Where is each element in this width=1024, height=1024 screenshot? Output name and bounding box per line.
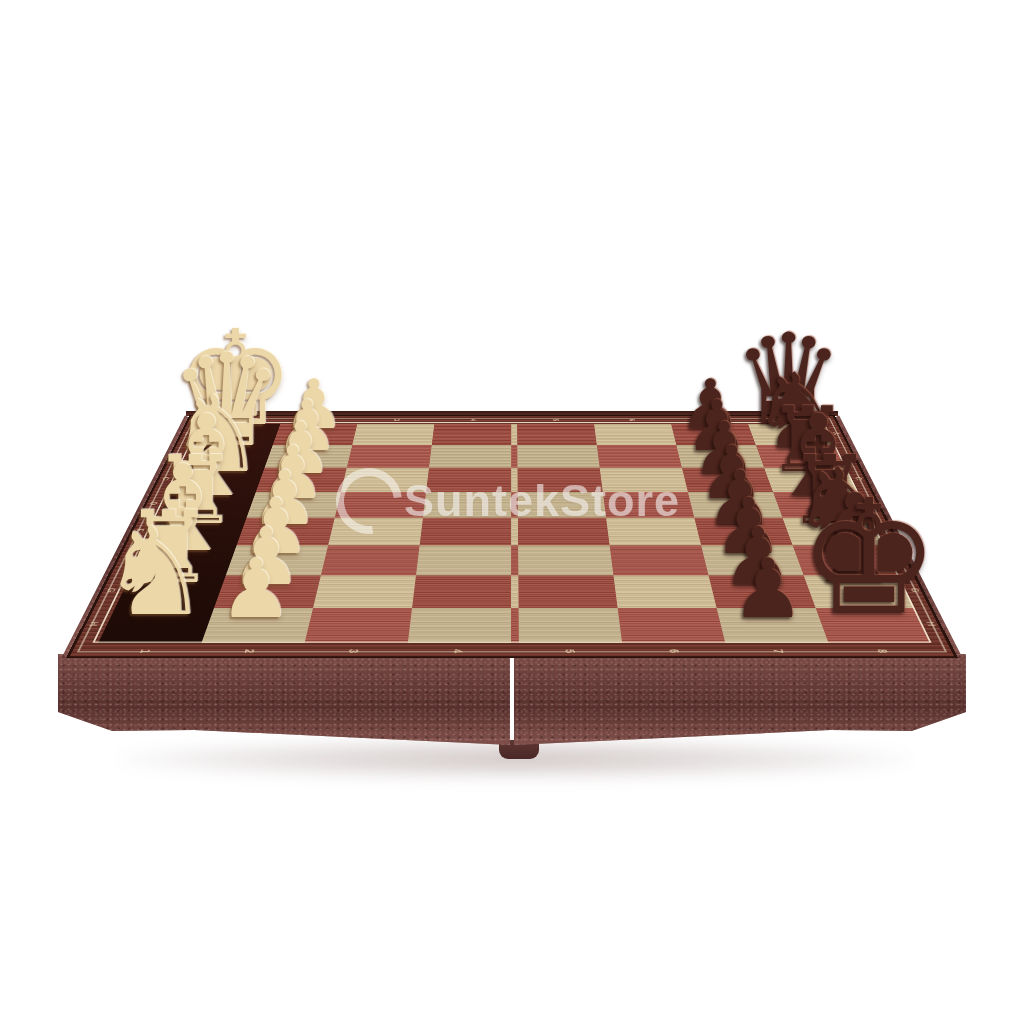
board-case-left — [58, 652, 510, 752]
square-c8 — [764, 468, 858, 492]
file-label-right-D: D — [866, 502, 877, 505]
square-g7 — [709, 575, 816, 607]
rank-label-far-7: 7 — [703, 419, 712, 421]
square-h5 — [519, 608, 623, 643]
square-f8 — [793, 545, 899, 575]
square-f5 — [518, 545, 613, 575]
square-a8 — [748, 424, 835, 445]
square-g8 — [804, 575, 915, 607]
square-a1 — [273, 424, 358, 445]
square-h2 — [305, 608, 412, 643]
hinge-pin — [135, 563, 144, 567]
square-e1 — [237, 518, 335, 546]
square-a2 — [352, 424, 434, 445]
rank-label-near-6: 6 — [667, 649, 681, 653]
watermark: SuntekStore — [336, 468, 680, 534]
watermark-text: SuntekStore — [404, 475, 680, 527]
rank-label-near-2: 2 — [242, 649, 256, 653]
rank-label-far-5: 5 — [551, 419, 559, 421]
square-f7 — [701, 545, 804, 575]
file-label-right-G: G — [908, 588, 920, 592]
product-photo-scene: 1122334455667788AABBCCDDEEFFGGHH ♚♛♞♝♜♝♜… — [0, 0, 1024, 1024]
square-a3 — [432, 424, 512, 445]
square-h8 — [816, 608, 932, 643]
file-label-right-F: F — [893, 558, 904, 561]
square-g5 — [518, 575, 617, 607]
square-f3 — [416, 545, 511, 575]
rank-label-far-8: 8 — [780, 419, 789, 421]
rank-label-near-1: 1 — [138, 649, 153, 653]
square-b2 — [347, 445, 432, 468]
square-a6 — [594, 424, 676, 445]
square-f2 — [321, 545, 420, 575]
square-e8 — [782, 518, 884, 546]
square-b7 — [676, 445, 764, 468]
square-g6 — [613, 575, 716, 607]
square-a5 — [517, 424, 597, 445]
square-h1 — [201, 608, 313, 643]
file-label-left-F: F — [120, 558, 131, 561]
file-label-left-A: A — [184, 432, 193, 434]
rank-label-far-2: 2 — [315, 419, 324, 421]
rank-label-near-4: 4 — [451, 649, 464, 653]
file-label-left-B: B — [173, 454, 183, 457]
rank-label-far-6: 6 — [627, 419, 635, 421]
file-label-right-A: A — [832, 432, 841, 434]
file-label-left-E: E — [135, 529, 146, 532]
file-label-right-B: B — [842, 454, 852, 457]
square-c1 — [256, 468, 347, 492]
square-g2 — [313, 575, 416, 607]
rank-label-near-8: 8 — [875, 649, 890, 653]
file-label-left-G: G — [105, 588, 117, 592]
file-label-left-H: H — [88, 622, 101, 626]
rank-label-near-5: 5 — [563, 649, 576, 653]
rank-label-far-3: 3 — [392, 419, 400, 421]
rank-label-far-1: 1 — [238, 419, 247, 421]
file-label-left-D: D — [148, 502, 159, 505]
square-d7 — [688, 492, 783, 518]
board-case-right — [514, 652, 966, 752]
file-label-right-E: E — [879, 529, 890, 532]
square-f1 — [226, 545, 328, 575]
square-h7 — [717, 608, 829, 643]
square-f6 — [610, 545, 709, 575]
chess-board: 1122334455667788AABBCCDDEEFFGGHH — [66, 415, 958, 658]
square-b5 — [517, 445, 599, 468]
square-c7 — [682, 468, 773, 492]
square-b1 — [265, 445, 353, 468]
square-h3 — [408, 608, 511, 643]
square-b3 — [429, 445, 511, 468]
rank-label-near-3: 3 — [347, 649, 361, 653]
file-label-right-C: C — [854, 477, 864, 480]
rank-label-far-4: 4 — [468, 419, 476, 421]
square-b8 — [756, 445, 846, 468]
hinge-pin — [178, 472, 186, 475]
square-d1 — [247, 492, 341, 518]
square-a7 — [671, 424, 756, 445]
square-b6 — [597, 445, 682, 468]
file-label-right-H: H — [925, 622, 938, 626]
watermark-logo-ring — [323, 455, 416, 548]
square-g3 — [412, 575, 511, 607]
square-h6 — [618, 608, 726, 643]
square-e7 — [694, 518, 792, 546]
rank-label-near-7: 7 — [771, 649, 785, 653]
file-label-left-C: C — [161, 477, 171, 480]
square-d8 — [773, 492, 871, 518]
square-g1 — [214, 575, 321, 607]
